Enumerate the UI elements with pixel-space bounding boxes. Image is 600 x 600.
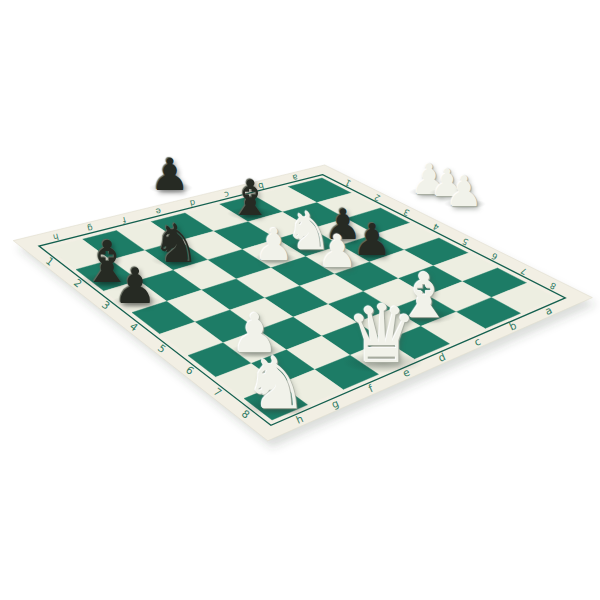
board-mat: aabbccddeeffgghh1122334455667788: [0, 0, 600, 600]
off-board-piece-black-pawn-0[interactable]: ♟: [150, 153, 189, 197]
piece-black-knight-f2[interactable]: ♞: [152, 218, 200, 271]
chessboard-photo: aabbccddeeffgghh1122334455667788 ♝♝♞♟♟♟♞…: [0, 0, 600, 600]
piece-white-knight-h8[interactable]: ♞: [243, 347, 308, 419]
piece-black-bishop-c1[interactable]: ♝: [229, 174, 273, 223]
piece-black-pawn-b4[interactable]: ♟: [352, 218, 391, 262]
piece-white-pawn-c4[interactable]: ♟: [317, 229, 357, 274]
piece-black-pawn-h3[interactable]: ♟: [113, 262, 157, 311]
off-board-piece-white-pawn-3[interactable]: ♟: [445, 171, 483, 213]
piece-white-queen-e8[interactable]: ♛: [346, 295, 418, 375]
piece-white-pawn-d3[interactable]: ♟: [254, 224, 293, 268]
